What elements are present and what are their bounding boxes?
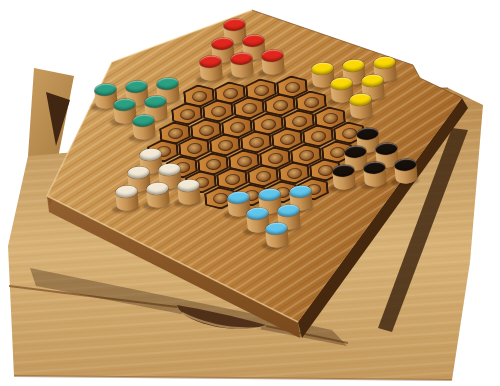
peg-black — [332, 163, 356, 191]
peg-red — [230, 52, 254, 80]
peg-cyan — [265, 222, 289, 250]
peg-black — [363, 160, 387, 188]
board-cells-layer — [0, 0, 500, 386]
peg-white — [177, 178, 201, 206]
peg-green — [132, 113, 156, 141]
peg-red — [199, 55, 223, 83]
peg-yellow — [349, 92, 373, 120]
peg-red — [261, 49, 285, 77]
peg-white — [115, 184, 139, 212]
chinese-checkers-photo — [0, 0, 500, 386]
peg-black — [394, 157, 418, 185]
peg-white — [146, 181, 170, 209]
